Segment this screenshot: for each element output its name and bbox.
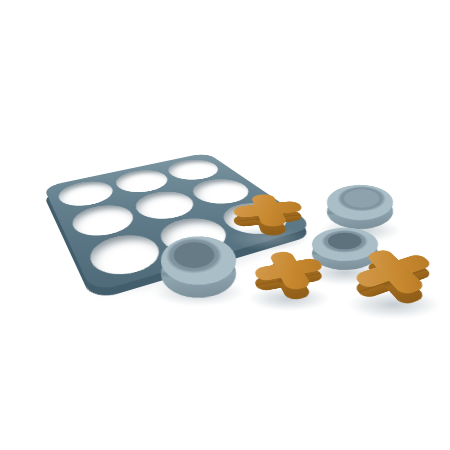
o-piece-3[interactable] <box>161 221 236 296</box>
x-piece-3[interactable] <box>356 232 432 308</box>
product-photo-scene <box>0 0 450 450</box>
x-piece-1[interactable] <box>235 176 301 242</box>
x-piece-2[interactable] <box>256 236 322 302</box>
